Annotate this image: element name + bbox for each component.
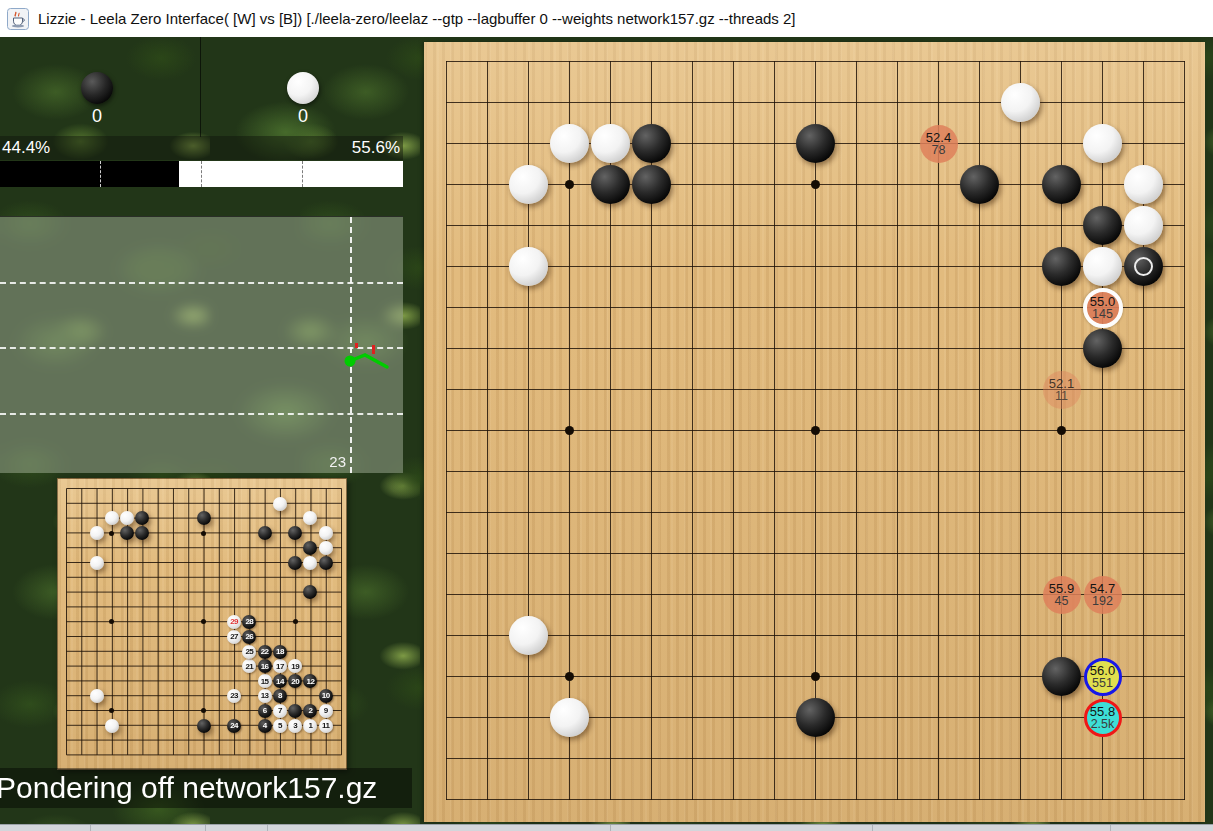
winrate-bar-black-fill	[0, 161, 179, 187]
variation-stone-27: 27	[227, 630, 241, 644]
white-winrate-label: 55.6%	[352, 136, 400, 160]
candidate-move[interactable]: 55.0145	[1083, 288, 1123, 328]
white-stone	[1001, 83, 1040, 122]
white-stone	[319, 526, 333, 540]
black-stone	[1042, 247, 1081, 286]
black-stone	[796, 124, 835, 163]
candidate-move[interactable]: 54.7192	[1084, 576, 1122, 614]
winrate-labels: 44.4% 55.6%	[0, 136, 403, 160]
variation-stone-26: 26	[242, 630, 256, 644]
candidate-move[interactable]: 52.111	[1043, 371, 1081, 409]
star-point	[811, 426, 820, 435]
variation-stone-6: 6	[258, 704, 272, 718]
candidate-move[interactable]: 56.0551	[1084, 658, 1122, 696]
candidate-move[interactable]: 52.478	[920, 125, 958, 163]
star-point	[811, 180, 820, 189]
taskbar-divider	[205, 825, 206, 831]
black-stone	[258, 526, 272, 540]
variation-stone-13: 13	[258, 689, 272, 703]
taskbar-divider	[872, 825, 873, 831]
white-stone	[1083, 247, 1122, 286]
white-stone	[1083, 124, 1122, 163]
variation-stone-18: 18	[273, 645, 287, 659]
variation-stone-23: 23	[227, 689, 241, 703]
white-captures-stone-icon	[287, 72, 319, 104]
candidate-move[interactable]: 55.82.5k	[1084, 699, 1122, 737]
winrate-bar-75pct-mark	[302, 161, 303, 187]
white-stone	[509, 616, 548, 655]
white-stone	[1124, 206, 1163, 245]
variation-board: 1234567891011121314151617181920212223242…	[57, 478, 347, 770]
title-bar: Lizzie - Leela Zero Interface( [W] vs [B…	[0, 0, 1213, 38]
black-stone	[632, 124, 671, 163]
variation-stone-29: 29	[227, 615, 241, 629]
white-stone	[509, 247, 548, 286]
white-stone	[591, 124, 630, 163]
variation-stone-1: 1	[303, 719, 317, 733]
variation-stone-5: 5	[273, 719, 287, 733]
winrate-bar-50pct-mark	[201, 161, 202, 187]
winrate-curve	[0, 217, 403, 473]
capture-panel-divider	[200, 37, 201, 137]
black-stone	[591, 165, 630, 204]
black-stone	[1083, 206, 1122, 245]
variation-stone-14: 14	[273, 674, 287, 688]
winrate-bar-25pct-mark	[100, 161, 101, 187]
winrate-bar	[0, 161, 403, 187]
black-stone	[632, 165, 671, 204]
black-winrate-label: 44.4%	[2, 136, 50, 160]
candidate-move[interactable]: 55.945	[1043, 576, 1081, 614]
star-point	[565, 426, 574, 435]
black-stone	[796, 698, 835, 737]
star-point	[1057, 426, 1066, 435]
white-captures-count: 0	[273, 106, 333, 127]
leafy-background: 0 0 44.4% 55.6% 23	[0, 37, 1213, 831]
taskbar[interactable]	[0, 824, 1213, 831]
variation-stone-10: 10	[319, 689, 333, 703]
white-stone	[273, 497, 287, 511]
black-stone	[197, 719, 211, 733]
black-captures-count: 0	[67, 106, 127, 127]
white-stone	[1124, 165, 1163, 204]
variation-stone-9: 9	[319, 704, 333, 718]
white-stone	[105, 719, 119, 733]
window-title: Lizzie - Leela Zero Interface( [W] vs [B…	[38, 10, 796, 27]
star-point	[201, 531, 206, 536]
last-move-marker	[1134, 257, 1153, 276]
variation-stone-7: 7	[273, 704, 287, 718]
winrate-graph[interactable]: 23	[0, 216, 403, 473]
variation-stone-4: 4	[258, 719, 272, 733]
black-stone	[1083, 329, 1122, 368]
white-stone	[90, 556, 104, 570]
variation-stone-24: 24	[227, 719, 241, 733]
black-stone	[960, 165, 999, 204]
white-stone	[319, 541, 333, 555]
taskbar-divider	[267, 825, 268, 831]
java-coffee-cup-icon	[7, 8, 29, 30]
taskbar-divider	[1110, 825, 1111, 831]
black-stone	[1042, 165, 1081, 204]
status-bar: Pondering off network157.gz	[0, 768, 412, 808]
taskbar-divider	[610, 825, 611, 831]
variation-stone-22: 22	[258, 645, 272, 659]
white-stone	[550, 698, 589, 737]
status-text: Pondering off network157.gz	[0, 768, 377, 807]
white-stone	[90, 526, 104, 540]
variation-stone-15: 15	[258, 674, 272, 688]
white-stone	[509, 165, 548, 204]
star-point	[811, 672, 820, 681]
black-stone	[197, 511, 211, 525]
star-point	[565, 672, 574, 681]
black-stone	[1042, 657, 1081, 696]
variation-stone-3: 3	[288, 719, 302, 733]
taskbar-divider	[90, 825, 91, 831]
star-point	[565, 180, 574, 189]
black-stone	[288, 556, 302, 570]
black-stone	[288, 704, 302, 718]
white-stone	[90, 689, 104, 703]
black-captures-stone-icon	[81, 72, 113, 104]
main-board[interactable]: 52.47855.014552.11155.94554.719256.05515…	[424, 42, 1205, 822]
black-stone	[319, 556, 333, 570]
white-stone	[550, 124, 589, 163]
lizzie-window: { "app": { "title": "Lizzie - Leela Zero…	[0, 0, 1213, 831]
star-point	[109, 531, 114, 536]
variation-stone-16: 16	[258, 659, 272, 673]
variation-stone-11: 11	[319, 719, 333, 733]
variation-stone-25: 25	[242, 645, 256, 659]
variation-stone-8: 8	[273, 689, 287, 703]
